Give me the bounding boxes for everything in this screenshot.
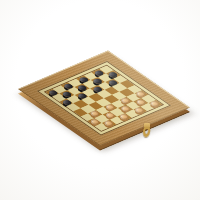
clasp-hook: [142, 127, 150, 138]
checkers-set-photo: [0, 0, 200, 200]
brass-latch-hook-icon: [139, 123, 155, 143]
checkers-board: [18, 51, 190, 147]
